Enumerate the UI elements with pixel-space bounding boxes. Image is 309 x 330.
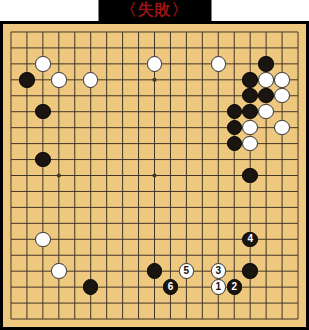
move-1-white-stone: 1	[211, 279, 226, 294]
white-stone	[274, 72, 289, 87]
stone-layer: 123456	[3, 24, 306, 327]
white-stone	[258, 72, 273, 87]
white-stone	[274, 88, 289, 103]
black-stone	[227, 120, 242, 135]
black-stone	[35, 152, 50, 167]
black-stone	[227, 136, 242, 151]
diagram-title: 〈失敗〉	[121, 0, 189, 21]
black-stone	[242, 72, 257, 87]
white-stone	[242, 120, 257, 135]
black-stone	[227, 104, 242, 119]
black-stone	[258, 56, 273, 71]
white-stone	[35, 232, 50, 247]
white-stone	[51, 72, 66, 87]
white-stone	[83, 72, 98, 87]
black-stone	[83, 279, 98, 294]
black-stone	[242, 168, 257, 183]
white-stone	[274, 120, 289, 135]
white-stone	[211, 56, 226, 71]
black-stone	[35, 104, 50, 119]
move-6-black-stone: 6	[163, 279, 178, 294]
black-stone	[147, 263, 162, 278]
black-stone	[242, 104, 257, 119]
diagram-title-banner: 〈失敗〉	[98, 0, 211, 21]
move-2-black-stone: 2	[227, 279, 242, 294]
move-5-white-stone: 5	[179, 263, 194, 278]
white-stone	[242, 136, 257, 151]
move-3-white-stone: 3	[211, 263, 226, 278]
black-stone	[242, 88, 257, 103]
white-stone	[51, 263, 66, 278]
white-stone	[258, 104, 273, 119]
black-stone	[242, 263, 257, 278]
white-stone	[147, 56, 162, 71]
go-board: 123456	[0, 21, 309, 330]
move-4-black-stone: 4	[242, 232, 257, 247]
black-stone	[19, 72, 34, 87]
go-problem-diagram: 〈失敗〉 123456	[0, 0, 309, 330]
white-stone	[35, 56, 50, 71]
black-stone	[258, 88, 273, 103]
